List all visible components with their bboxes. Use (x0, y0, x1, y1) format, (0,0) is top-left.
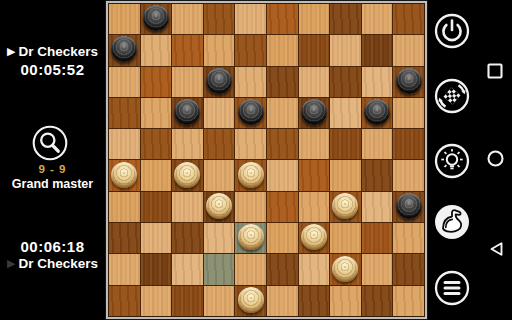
board-square[interactable] (299, 129, 330, 159)
board-square[interactable] (362, 192, 393, 222)
board-square[interactable] (109, 254, 140, 284)
bottom-player-name: Dr Checkers (18, 256, 98, 271)
board-square[interactable] (393, 67, 424, 97)
board-square[interactable] (235, 160, 266, 190)
board-square[interactable] (299, 35, 330, 65)
board-square[interactable] (141, 223, 172, 253)
board-square[interactable] (299, 223, 330, 253)
turn-indicator-icon: ▶ (7, 258, 15, 269)
white-piece[interactable] (301, 224, 327, 250)
black-piece[interactable] (396, 68, 422, 94)
menu-icon (433, 269, 471, 307)
board-square[interactable] (235, 192, 266, 222)
board-square[interactable] (362, 67, 393, 97)
score-text: 9 - 9 (0, 163, 105, 175)
board-square[interactable] (172, 286, 203, 316)
board-square[interactable] (172, 35, 203, 65)
board-square[interactable] (235, 129, 266, 159)
board-square[interactable] (141, 98, 172, 128)
home-circle-icon (487, 150, 504, 167)
hint-bulb-icon (433, 142, 471, 180)
board-square[interactable] (204, 160, 235, 190)
board-square[interactable] (141, 192, 172, 222)
board-square[interactable] (204, 286, 235, 316)
white-piece[interactable] (238, 224, 264, 250)
board-square[interactable] (109, 67, 140, 97)
power-button[interactable] (433, 12, 471, 50)
white-piece[interactable] (332, 256, 358, 282)
board-square[interactable] (204, 129, 235, 159)
board-square[interactable] (204, 98, 235, 128)
board-square[interactable] (362, 223, 393, 253)
board-square[interactable] (267, 129, 298, 159)
black-piece[interactable] (364, 99, 390, 125)
hint-button[interactable] (433, 142, 471, 180)
board-square[interactable] (299, 286, 330, 316)
board (108, 3, 425, 317)
black-piece[interactable] (143, 5, 169, 31)
board-square[interactable] (141, 254, 172, 284)
board-square[interactable] (235, 286, 266, 316)
white-piece[interactable] (332, 193, 358, 219)
board-square[interactable] (141, 129, 172, 159)
board-square[interactable] (330, 254, 361, 284)
board-square[interactable] (330, 67, 361, 97)
board-square[interactable] (362, 129, 393, 159)
rotate-board-button[interactable] (433, 77, 471, 115)
board-square[interactable] (204, 4, 235, 34)
board-square[interactable] (267, 67, 298, 97)
left-info-panel: ▶ Dr Checkers 00:05:52 9 - 9 Grand maste… (0, 0, 105, 320)
board-square[interactable] (235, 254, 266, 284)
board-square[interactable] (109, 192, 140, 222)
board-square[interactable] (235, 4, 266, 34)
board-square[interactable] (267, 160, 298, 190)
board-square[interactable] (109, 98, 140, 128)
rotate-board-icon (433, 77, 471, 115)
board-square[interactable] (393, 160, 424, 190)
board-square[interactable] (141, 286, 172, 316)
board-square[interactable] (172, 160, 203, 190)
board-square[interactable] (141, 67, 172, 97)
board-square[interactable] (299, 254, 330, 284)
board-square[interactable] (299, 4, 330, 34)
level-text: Grand master (0, 177, 105, 191)
board-square[interactable] (330, 98, 361, 128)
black-piece[interactable] (206, 68, 232, 94)
top-player-block: ▶ Dr Checkers 00:05:52 (0, 44, 105, 78)
board-square[interactable] (109, 223, 140, 253)
black-piece[interactable] (396, 193, 422, 219)
board-square[interactable] (235, 67, 266, 97)
board-square[interactable] (267, 223, 298, 253)
board-square[interactable] (141, 35, 172, 65)
board-square[interactable] (109, 4, 140, 34)
board-square[interactable] (172, 223, 203, 253)
board-square[interactable] (204, 35, 235, 65)
app-screen: ▶ Dr Checkers 00:05:52 9 - 9 Grand maste… (0, 0, 512, 320)
board-square[interactable] (299, 160, 330, 190)
board-square[interactable] (362, 254, 393, 284)
board-square[interactable] (267, 286, 298, 316)
board-square[interactable] (267, 4, 298, 34)
board-square[interactable] (235, 98, 266, 128)
board-square[interactable] (172, 98, 203, 128)
board-square[interactable] (330, 4, 361, 34)
board-square[interactable] (172, 4, 203, 34)
board-square[interactable] (172, 192, 203, 222)
board-square[interactable] (109, 286, 140, 316)
recents-square-icon (487, 63, 503, 79)
search-button[interactable] (30, 123, 70, 163)
back-triangle-icon (489, 241, 504, 257)
board-square[interactable] (362, 35, 393, 65)
board-square[interactable] (393, 129, 424, 159)
board-square[interactable] (267, 35, 298, 65)
board-square[interactable] (235, 35, 266, 65)
board-square[interactable] (330, 286, 361, 316)
board-square[interactable] (362, 98, 393, 128)
board-square[interactable] (393, 223, 424, 253)
board-square[interactable] (393, 254, 424, 284)
bottom-player-block: ▶ Dr Checkers (0, 256, 105, 271)
board-square[interactable] (362, 286, 393, 316)
board-square[interactable] (267, 254, 298, 284)
top-player-name: Dr Checkers (18, 44, 98, 59)
board-square[interactable] (204, 192, 235, 222)
board-square[interactable] (172, 129, 203, 159)
board-square[interactable] (393, 286, 424, 316)
board-square[interactable] (330, 129, 361, 159)
top-player-clock: 00:05:52 (0, 61, 105, 78)
nav-back-button[interactable] (489, 241, 504, 257)
strength-button[interactable] (433, 203, 471, 241)
board-square[interactable] (330, 35, 361, 65)
board-square[interactable] (299, 192, 330, 222)
board-square[interactable] (109, 35, 140, 65)
board-square[interactable] (393, 4, 424, 34)
board-square[interactable] (299, 98, 330, 128)
board-square[interactable] (141, 4, 172, 34)
strength-arm-icon (433, 203, 471, 241)
board-square[interactable] (393, 192, 424, 222)
board-square[interactable] (393, 35, 424, 65)
board-square[interactable] (204, 67, 235, 97)
board-square[interactable] (235, 223, 266, 253)
black-piece[interactable] (174, 99, 200, 125)
board-square[interactable] (204, 223, 235, 253)
board-square[interactable] (267, 192, 298, 222)
magnifier-icon (30, 123, 70, 163)
white-piece[interactable] (206, 193, 232, 219)
bottom-player-clock: 00:06:18 (0, 238, 105, 255)
white-piece[interactable] (174, 162, 200, 188)
nav-home-button[interactable] (487, 150, 504, 167)
board-square[interactable] (393, 98, 424, 128)
board-frame (105, 0, 428, 320)
black-piece[interactable] (301, 99, 327, 125)
board-square[interactable] (204, 254, 235, 284)
board-square[interactable] (362, 160, 393, 190)
board-square[interactable] (267, 98, 298, 128)
board-square[interactable] (330, 192, 361, 222)
board-square[interactable] (299, 67, 330, 97)
white-piece[interactable] (111, 162, 137, 188)
black-piece[interactable] (238, 99, 264, 125)
board-square[interactable] (109, 129, 140, 159)
black-piece[interactable] (111, 36, 137, 62)
nav-recents-button[interactable] (487, 63, 503, 79)
board-square[interactable] (141, 160, 172, 190)
board-square[interactable] (109, 160, 140, 190)
white-piece[interactable] (238, 162, 264, 188)
board-square[interactable] (330, 223, 361, 253)
power-icon (433, 12, 471, 50)
board-square[interactable] (330, 160, 361, 190)
board-square[interactable] (172, 254, 203, 284)
menu-button[interactable] (433, 269, 471, 307)
board-square[interactable] (172, 67, 203, 97)
turn-indicator-icon: ▶ (7, 46, 15, 57)
white-piece[interactable] (238, 287, 264, 313)
board-square[interactable] (362, 4, 393, 34)
